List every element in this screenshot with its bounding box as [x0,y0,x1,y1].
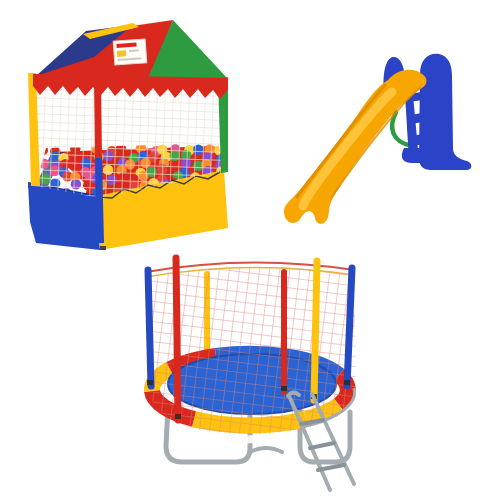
tramp-leg-mid [250,448,282,452]
ball-pit-tent [28,20,228,250]
slide-ladder-foot [402,148,424,163]
tramp-ladder-rung [310,443,334,448]
product-photo-canvas [0,0,500,500]
tramp-pole-blue-right [347,268,352,386]
playground-kit-illustration [0,0,500,500]
tramp-pole-yellow-right [314,261,317,400]
trampoline-with-enclosure [146,258,356,490]
slide-chute-highlight [303,92,392,206]
tent-roof-label [113,39,147,65]
tramp-pole-blue-left [148,270,151,386]
tramp-ladder-rung [318,465,344,470]
tramp-pole-red-left [176,258,178,420]
tent-foot [100,246,106,250]
plastic-slide [284,54,471,224]
